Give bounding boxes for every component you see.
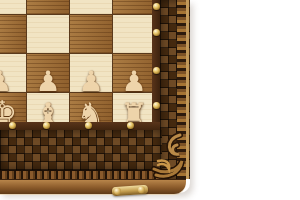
square-h4[interactable] [113,0,155,14]
square-e4[interactable] [0,0,26,14]
square-g1[interactable]: ♞ [70,93,112,125]
square-f1[interactable]: ♝ [27,93,69,125]
square-g3[interactable] [70,15,112,53]
brass-pin-icon [153,102,160,109]
board: ♟♟♟♟♚♝♞♜ [0,0,152,122]
square-h2[interactable]: ♟ [113,54,155,92]
square-h1[interactable]: ♜ [113,93,155,125]
brass-pin-icon [9,122,16,129]
brass-pin-icon [127,122,134,129]
square-h3[interactable] [113,15,155,53]
piece-white-pawn[interactable]: ♟ [35,68,60,96]
square-f4[interactable] [27,0,69,14]
brass-latch-icon [112,185,149,196]
piece-white-pawn[interactable]: ♟ [121,68,146,96]
board-edge-right [152,0,160,130]
brass-pin-icon [153,3,160,10]
square-f2[interactable]: ♟ [27,54,69,92]
brass-pin-icon [153,67,160,74]
square-g4[interactable] [70,0,112,14]
board-edge-bottom [0,122,160,130]
piece-white-pawn[interactable]: ♟ [0,68,12,96]
piece-white-pawn[interactable]: ♟ [78,68,103,96]
square-e3[interactable] [0,15,26,53]
square-f3[interactable] [27,15,69,53]
brass-pin-icon [153,29,160,36]
chess-box: ♟♟♟♟♚♝♞♜ [0,0,190,193]
brass-pin-icon [85,122,92,129]
corner-scroll-ornament-icon [146,131,190,183]
carved-frame-bottom [0,130,162,170]
square-g2[interactable]: ♟ [70,54,112,92]
square-e1[interactable]: ♚ [0,93,26,125]
square-e2[interactable]: ♟ [0,54,26,92]
brass-pin-icon [43,122,50,129]
photo-canvas: ♟♟♟♟♚♝♞♜ [0,0,300,200]
